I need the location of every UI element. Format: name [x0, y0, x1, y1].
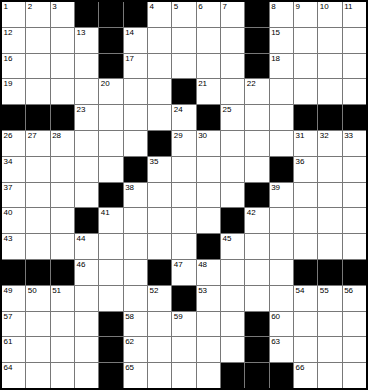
- grid-cell-r9-c5[interactable]: 41: [99, 208, 122, 233]
- grid-cell-r5-c11[interactable]: [245, 105, 268, 130]
- grid-cell-r8-c4[interactable]: [75, 183, 98, 208]
- grid-cell-r14-c13[interactable]: [294, 337, 317, 362]
- black-cell-r11-c2: [26, 260, 49, 285]
- grid-cell-r12-c12[interactable]: [270, 286, 293, 311]
- grid-cell-r12-c14[interactable]: 55: [318, 286, 341, 311]
- grid-cell-r11-c8[interactable]: 47: [172, 260, 195, 285]
- clue-number-44: 44: [77, 234, 86, 243]
- grid-cell-r6-c8[interactable]: 29: [172, 131, 195, 156]
- grid-cell-r3-c15[interactable]: [343, 54, 366, 79]
- grid-cell-r8-c15[interactable]: [343, 183, 366, 208]
- grid-cell-r11-c10[interactable]: [221, 260, 244, 285]
- grid-cell-r6-c9[interactable]: 30: [197, 131, 220, 156]
- grid-cell-r10-c5[interactable]: [99, 234, 122, 259]
- crossword-grid: 1234567891011121314151617181920212223242…: [2, 2, 366, 388]
- grid-cell-r2-c10[interactable]: [221, 28, 244, 53]
- grid-cell-r14-c4[interactable]: [75, 337, 98, 362]
- clue-number-15: 15: [271, 28, 280, 37]
- black-cell-r13-c5: [99, 312, 122, 337]
- grid-cell-r1-c8[interactable]: 5: [172, 2, 195, 27]
- clue-number-9: 9: [296, 2, 300, 11]
- black-cell-r13-c11: [245, 312, 268, 337]
- grid-cell-r3-c14[interactable]: [318, 54, 341, 79]
- grid-cell-r7-c15[interactable]: [343, 157, 366, 182]
- black-cell-r5-c14: [318, 105, 341, 130]
- grid-cell-r2-c14[interactable]: [318, 28, 341, 53]
- grid-cell-r9-c2[interactable]: [26, 208, 49, 233]
- clue-number-6: 6: [198, 2, 202, 11]
- grid-cell-r15-c13[interactable]: 66: [294, 363, 317, 388]
- grid-cell-r8-c1[interactable]: 37: [2, 183, 25, 208]
- grid-cell-r9-c13[interactable]: [294, 208, 317, 233]
- grid-cell-r14-c15[interactable]: [343, 337, 366, 362]
- grid-cell-r4-c14[interactable]: [318, 79, 341, 104]
- grid-cell-r15-c4[interactable]: [75, 363, 98, 388]
- grid-cell-r12-c2[interactable]: 50: [26, 286, 49, 311]
- grid-cell-r3-c9[interactable]: [197, 54, 220, 79]
- black-cell-r1-c6: [124, 2, 147, 27]
- black-cell-r9-c10: [221, 208, 244, 233]
- grid-cell-r13-c14[interactable]: [318, 312, 341, 337]
- grid-cell-r9-c1[interactable]: 40: [2, 208, 25, 233]
- black-cell-r2-c5: [99, 28, 122, 53]
- grid-cell-r4-c6[interactable]: [124, 79, 147, 104]
- clue-number-8: 8: [271, 2, 275, 11]
- clue-number-31: 31: [296, 131, 305, 140]
- grid-cell-r13-c12[interactable]: 60: [270, 312, 293, 337]
- grid-cell-r8-c10[interactable]: [221, 183, 244, 208]
- grid-cell-r12-c15[interactable]: 56: [343, 286, 366, 311]
- grid-cell-r4-c2[interactable]: [26, 79, 49, 104]
- grid-cell-r5-c10[interactable]: 25: [221, 105, 244, 130]
- grid-cell-r1-c14[interactable]: 10: [318, 2, 341, 27]
- black-cell-r11-c15: [343, 260, 366, 285]
- clue-number-65: 65: [125, 363, 134, 372]
- grid-cell-r2-c6[interactable]: 14: [124, 28, 147, 53]
- clue-number-1: 1: [4, 2, 8, 11]
- grid-cell-r10-c11[interactable]: [245, 234, 268, 259]
- grid-cell-r13-c8[interactable]: 59: [172, 312, 195, 337]
- black-cell-r11-c1: [2, 260, 25, 285]
- grid-cell-r11-c5[interactable]: [99, 260, 122, 285]
- clue-number-18: 18: [271, 54, 280, 63]
- grid-cell-r7-c4[interactable]: [75, 157, 98, 182]
- black-cell-r7-c12: [270, 157, 293, 182]
- black-cell-r11-c3: [51, 260, 74, 285]
- grid-cell-r9-c6[interactable]: [124, 208, 147, 233]
- grid-cell-r13-c15[interactable]: [343, 312, 366, 337]
- grid-cell-r10-c7[interactable]: [148, 234, 171, 259]
- clue-number-35: 35: [150, 157, 159, 166]
- grid-cell-r2-c2[interactable]: [26, 28, 49, 53]
- black-cell-r2-c11: [245, 28, 268, 53]
- grid-cell-r15-c1[interactable]: 64: [2, 363, 25, 388]
- clue-number-47: 47: [174, 260, 183, 269]
- grid-cell-r1-c2[interactable]: 2: [26, 2, 49, 27]
- grid-cell-r4-c12[interactable]: [270, 79, 293, 104]
- clue-number-24: 24: [174, 105, 183, 114]
- grid-cell-r14-c1[interactable]: 61: [2, 337, 25, 362]
- grid-cell-r4-c13[interactable]: [294, 79, 317, 104]
- grid-cell-r13-c3[interactable]: [51, 312, 74, 337]
- grid-cell-r3-c3[interactable]: [51, 54, 74, 79]
- grid-cell-r9-c12[interactable]: [270, 208, 293, 233]
- grid-cell-r4-c3[interactable]: [51, 79, 74, 104]
- grid-cell-r14-c14[interactable]: [318, 337, 341, 362]
- black-cell-r14-c11: [245, 337, 268, 362]
- clue-number-53: 53: [198, 286, 207, 295]
- grid-cell-r4-c9[interactable]: 21: [197, 79, 220, 104]
- grid-cell-r15-c15[interactable]: [343, 363, 366, 388]
- clue-number-55: 55: [320, 286, 329, 295]
- grid-cell-r7-c11[interactable]: [245, 157, 268, 182]
- grid-cell-r8-c14[interactable]: [318, 183, 341, 208]
- grid-cell-r2-c12[interactable]: 15: [270, 28, 293, 53]
- grid-cell-r3-c6[interactable]: 17: [124, 54, 147, 79]
- grid-cell-r1-c7[interactable]: 4: [148, 2, 171, 27]
- black-cell-r7-c6: [124, 157, 147, 182]
- grid-cell-r9-c8[interactable]: [172, 208, 195, 233]
- black-cell-r15-c5: [99, 363, 122, 388]
- clue-number-12: 12: [4, 28, 13, 37]
- grid-cell-r12-c1[interactable]: 49: [2, 286, 25, 311]
- grid-cell-r14-c2[interactable]: [26, 337, 49, 362]
- clue-number-22: 22: [247, 79, 256, 88]
- clue-number-32: 32: [320, 131, 329, 140]
- grid-cell-r15-c9[interactable]: [197, 363, 220, 388]
- grid-cell-r4-c15[interactable]: [343, 79, 366, 104]
- grid-cell-r10-c13[interactable]: [294, 234, 317, 259]
- grid-cell-r4-c5[interactable]: 20: [99, 79, 122, 104]
- grid-cell-r10-c4[interactable]: 44: [75, 234, 98, 259]
- black-cell-r3-c5: [99, 54, 122, 79]
- clue-number-42: 42: [247, 208, 256, 217]
- crossword-board: 1234567891011121314151617181920212223242…: [0, 0, 368, 390]
- grid-cell-r7-c1[interactable]: 34: [2, 157, 25, 182]
- grid-cell-r13-c4[interactable]: [75, 312, 98, 337]
- grid-cell-r8-c8[interactable]: [172, 183, 195, 208]
- clue-number-39: 39: [271, 183, 280, 192]
- grid-cell-r10-c2[interactable]: [26, 234, 49, 259]
- clue-number-43: 43: [4, 234, 13, 243]
- grid-cell-r12-c5[interactable]: [99, 286, 122, 311]
- grid-cell-r6-c13[interactable]: 31: [294, 131, 317, 156]
- clue-number-5: 5: [174, 2, 178, 11]
- grid-cell-r3-c12[interactable]: 18: [270, 54, 293, 79]
- grid-cell-r1-c13[interactable]: 9: [294, 2, 317, 27]
- grid-cell-r1-c3[interactable]: 3: [51, 2, 74, 27]
- grid-cell-r3-c10[interactable]: [221, 54, 244, 79]
- grid-cell-r7-c2[interactable]: [26, 157, 49, 182]
- grid-cell-r15-c6[interactable]: 65: [124, 363, 147, 388]
- grid-cell-r12-c13[interactable]: 54: [294, 286, 317, 311]
- grid-cell-r13-c6[interactable]: 58: [124, 312, 147, 337]
- grid-cell-r11-c4[interactable]: 46: [75, 260, 98, 285]
- clue-number-64: 64: [4, 363, 13, 372]
- grid-cell-r3-c7[interactable]: [148, 54, 171, 79]
- grid-cell-r7-c14[interactable]: [318, 157, 341, 182]
- clue-number-7: 7: [223, 2, 227, 11]
- clue-number-59: 59: [174, 312, 183, 321]
- grid-cell-r1-c12[interactable]: 8: [270, 2, 293, 27]
- clue-number-48: 48: [198, 260, 207, 269]
- clue-number-2: 2: [28, 2, 32, 11]
- grid-cell-r7-c7[interactable]: 35: [148, 157, 171, 182]
- clue-number-54: 54: [296, 286, 305, 295]
- grid-cell-r7-c3[interactable]: [51, 157, 74, 182]
- grid-cell-r13-c1[interactable]: 57: [2, 312, 25, 337]
- clue-number-19: 19: [4, 79, 13, 88]
- grid-cell-r1-c9[interactable]: 6: [197, 2, 220, 27]
- grid-cell-r14-c10[interactable]: [221, 337, 244, 362]
- grid-cell-r12-c7[interactable]: 52: [148, 286, 171, 311]
- grid-cell-r5-c12[interactable]: [270, 105, 293, 130]
- grid-cell-r2-c7[interactable]: [148, 28, 171, 53]
- clue-number-58: 58: [125, 312, 134, 321]
- grid-cell-r1-c1[interactable]: 1: [2, 2, 25, 27]
- grid-cell-r13-c7[interactable]: [148, 312, 171, 337]
- clue-number-10: 10: [320, 2, 329, 11]
- clue-number-21: 21: [198, 79, 207, 88]
- grid-cell-r15-c7[interactable]: [148, 363, 171, 388]
- grid-cell-r6-c6[interactable]: [124, 131, 147, 156]
- grid-cell-r13-c10[interactable]: [221, 312, 244, 337]
- black-cell-r5-c2: [26, 105, 49, 130]
- grid-cell-r5-c7[interactable]: [148, 105, 171, 130]
- clue-number-29: 29: [174, 131, 183, 140]
- grid-cell-r6-c3[interactable]: 28: [51, 131, 74, 156]
- black-cell-r3-c11: [245, 54, 268, 79]
- clue-number-27: 27: [28, 131, 37, 140]
- clue-number-37: 37: [4, 183, 13, 192]
- grid-cell-r1-c10[interactable]: 7: [221, 2, 244, 27]
- grid-cell-r7-c10[interactable]: [221, 157, 244, 182]
- clue-number-30: 30: [198, 131, 207, 140]
- clue-number-11: 11: [344, 2, 352, 11]
- clue-number-62: 62: [125, 337, 134, 346]
- grid-cell-r15-c2[interactable]: [26, 363, 49, 388]
- clue-number-40: 40: [4, 208, 13, 217]
- grid-cell-r8-c9[interactable]: [197, 183, 220, 208]
- clue-number-52: 52: [150, 286, 159, 295]
- black-cell-r5-c9: [197, 105, 220, 130]
- grid-cell-r10-c1[interactable]: 43: [2, 234, 25, 259]
- grid-cell-r6-c14[interactable]: 32: [318, 131, 341, 156]
- clue-number-45: 45: [223, 234, 232, 243]
- grid-cell-r3-c4[interactable]: [75, 54, 98, 79]
- clue-number-25: 25: [223, 105, 232, 114]
- grid-cell-r2-c8[interactable]: [172, 28, 195, 53]
- clue-number-4: 4: [150, 2, 154, 11]
- grid-cell-r6-c1[interactable]: 26: [2, 131, 25, 156]
- grid-cell-r9-c14[interactable]: [318, 208, 341, 233]
- grid-cell-r11-c12[interactable]: [270, 260, 293, 285]
- grid-cell-r10-c10[interactable]: 45: [221, 234, 244, 259]
- grid-cell-r5-c4[interactable]: 23: [75, 105, 98, 130]
- grid-cell-r10-c12[interactable]: [270, 234, 293, 259]
- grid-cell-r12-c3[interactable]: 51: [51, 286, 74, 311]
- grid-cell-r4-c7[interactable]: [148, 79, 171, 104]
- clue-number-38: 38: [125, 183, 134, 192]
- grid-cell-r8-c6[interactable]: 38: [124, 183, 147, 208]
- grid-cell-r4-c10[interactable]: [221, 79, 244, 104]
- black-cell-r6-c7: [148, 131, 171, 156]
- clue-number-61: 61: [4, 337, 13, 346]
- black-cell-r5-c15: [343, 105, 366, 130]
- grid-cell-r8-c3[interactable]: [51, 183, 74, 208]
- grid-cell-r5-c6[interactable]: [124, 105, 147, 130]
- clue-number-20: 20: [101, 79, 110, 88]
- clue-number-50: 50: [28, 286, 37, 295]
- grid-cell-r8-c7[interactable]: [148, 183, 171, 208]
- grid-cell-r15-c8[interactable]: [172, 363, 195, 388]
- black-cell-r1-c11: [245, 2, 268, 27]
- black-cell-r15-c10: [221, 363, 244, 388]
- grid-cell-r6-c5[interactable]: [99, 131, 122, 156]
- black-cell-r8-c11: [245, 183, 268, 208]
- grid-cell-r12-c9[interactable]: 53: [197, 286, 220, 311]
- grid-cell-r2-c1[interactable]: 12: [2, 28, 25, 53]
- grid-cell-r3-c2[interactable]: [26, 54, 49, 79]
- grid-cell-r9-c3[interactable]: [51, 208, 74, 233]
- grid-cell-r3-c1[interactable]: 16: [2, 54, 25, 79]
- grid-cell-r7-c8[interactable]: [172, 157, 195, 182]
- grid-cell-r3-c8[interactable]: [172, 54, 195, 79]
- black-cell-r8-c5: [99, 183, 122, 208]
- grid-cell-r2-c3[interactable]: [51, 28, 74, 53]
- black-cell-r1-c5: [99, 2, 122, 27]
- clue-number-26: 26: [4, 131, 13, 140]
- grid-cell-r11-c6[interactable]: [124, 260, 147, 285]
- grid-cell-r10-c15[interactable]: [343, 234, 366, 259]
- grid-cell-r13-c13[interactable]: [294, 312, 317, 337]
- clue-number-56: 56: [344, 286, 353, 295]
- black-cell-r15-c12: [270, 363, 293, 388]
- grid-cell-r2-c13[interactable]: [294, 28, 317, 53]
- clue-number-60: 60: [271, 312, 280, 321]
- grid-cell-r2-c4[interactable]: 13: [75, 28, 98, 53]
- clue-number-17: 17: [125, 54, 134, 63]
- grid-cell-r8-c13[interactable]: [294, 183, 317, 208]
- grid-cell-r3-c13[interactable]: [294, 54, 317, 79]
- grid-cell-r14-c7[interactable]: [148, 337, 171, 362]
- grid-cell-r14-c12[interactable]: 63: [270, 337, 293, 362]
- clue-number-46: 46: [77, 260, 86, 269]
- grid-cell-r15-c3[interactable]: [51, 363, 74, 388]
- grid-cell-r9-c7[interactable]: [148, 208, 171, 233]
- grid-cell-r2-c9[interactable]: [197, 28, 220, 53]
- clue-number-49: 49: [4, 286, 13, 295]
- black-cell-r12-c8: [172, 286, 195, 311]
- black-cell-r4-c8: [172, 79, 195, 104]
- clue-number-41: 41: [101, 208, 110, 217]
- black-cell-r5-c1: [2, 105, 25, 130]
- grid-cell-r10-c3[interactable]: [51, 234, 74, 259]
- black-cell-r10-c9: [197, 234, 220, 259]
- clue-number-33: 33: [344, 131, 353, 140]
- black-cell-r15-c11: [245, 363, 268, 388]
- grid-cell-r6-c12[interactable]: [270, 131, 293, 156]
- clue-number-28: 28: [52, 131, 61, 140]
- grid-cell-r11-c11[interactable]: [245, 260, 268, 285]
- grid-cell-r6-c15[interactable]: 33: [343, 131, 366, 156]
- grid-cell-r6-c2[interactable]: 27: [26, 131, 49, 156]
- grid-cell-r12-c4[interactable]: [75, 286, 98, 311]
- clue-number-23: 23: [77, 105, 86, 114]
- grid-cell-r14-c6[interactable]: 62: [124, 337, 147, 362]
- grid-cell-r7-c5[interactable]: [99, 157, 122, 182]
- black-cell-r1-c4: [75, 2, 98, 27]
- grid-cell-r4-c11[interactable]: 22: [245, 79, 268, 104]
- grid-cell-r10-c14[interactable]: [318, 234, 341, 259]
- grid-cell-r12-c10[interactable]: [221, 286, 244, 311]
- clue-number-13: 13: [77, 28, 86, 37]
- grid-cell-r6-c4[interactable]: [75, 131, 98, 156]
- grid-cell-r1-c15[interactable]: 11: [343, 2, 366, 27]
- clue-number-57: 57: [4, 312, 13, 321]
- grid-cell-r14-c8[interactable]: [172, 337, 195, 362]
- grid-cell-r13-c2[interactable]: [26, 312, 49, 337]
- clue-number-51: 51: [52, 286, 61, 295]
- clue-number-14: 14: [125, 28, 134, 37]
- black-cell-r9-c4: [75, 208, 98, 233]
- grid-cell-r2-c15[interactable]: [343, 28, 366, 53]
- grid-cell-r8-c2[interactable]: [26, 183, 49, 208]
- grid-cell-r14-c9[interactable]: [197, 337, 220, 362]
- clue-number-36: 36: [296, 157, 305, 166]
- grid-cell-r14-c3[interactable]: [51, 337, 74, 362]
- grid-cell-r13-c9[interactable]: [197, 312, 220, 337]
- clue-number-16: 16: [4, 54, 13, 63]
- grid-cell-r4-c4[interactable]: [75, 79, 98, 104]
- grid-cell-r4-c1[interactable]: 19: [2, 79, 25, 104]
- grid-cell-r15-c14[interactable]: [318, 363, 341, 388]
- grid-cell-r9-c11[interactable]: 42: [245, 208, 268, 233]
- grid-cell-r10-c6[interactable]: [124, 234, 147, 259]
- grid-cell-r9-c15[interactable]: [343, 208, 366, 233]
- grid-cell-r12-c6[interactable]: [124, 286, 147, 311]
- grid-cell-r10-c8[interactable]: [172, 234, 195, 259]
- grid-cell-r5-c8[interactable]: 24: [172, 105, 195, 130]
- grid-cell-r6-c11[interactable]: [245, 131, 268, 156]
- grid-cell-r7-c9[interactable]: [197, 157, 220, 182]
- black-cell-r11-c13: [294, 260, 317, 285]
- black-cell-r14-c5: [99, 337, 122, 362]
- black-cell-r5-c3: [51, 105, 74, 130]
- black-cell-r11-c7: [148, 260, 171, 285]
- clue-number-34: 34: [4, 157, 13, 166]
- grid-cell-r9-c9[interactable]: [197, 208, 220, 233]
- grid-cell-r11-c9[interactable]: 48: [197, 260, 220, 285]
- grid-cell-r5-c5[interactable]: [99, 105, 122, 130]
- grid-cell-r7-c13[interactable]: 36: [294, 157, 317, 182]
- clue-number-63: 63: [271, 337, 280, 346]
- clue-number-66: 66: [296, 363, 305, 372]
- clue-number-3: 3: [52, 2, 56, 11]
- grid-cell-r8-c12[interactable]: 39: [270, 183, 293, 208]
- grid-cell-r6-c10[interactable]: [221, 131, 244, 156]
- black-cell-r11-c14: [318, 260, 341, 285]
- grid-cell-r12-c11[interactable]: [245, 286, 268, 311]
- black-cell-r5-c13: [294, 105, 317, 130]
